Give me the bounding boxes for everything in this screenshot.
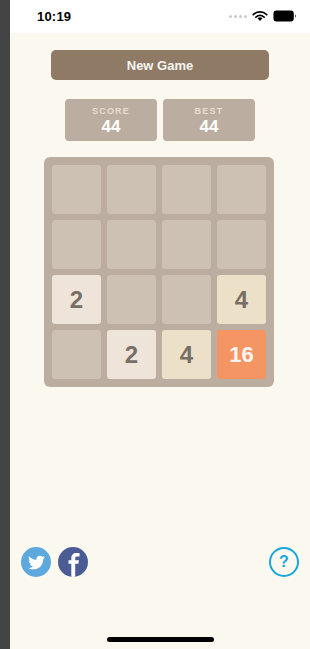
best-label: BEST <box>195 105 224 117</box>
best-box: BEST 44 <box>163 99 255 141</box>
empty-cell <box>217 220 266 269</box>
empty-cell <box>107 165 156 214</box>
status-icons <box>229 10 297 23</box>
empty-cell <box>162 165 211 214</box>
battery-icon <box>273 8 297 26</box>
wifi-icon <box>252 8 268 26</box>
score-panel: SCORE 44 BEST 44 <box>10 99 310 141</box>
facebook-icon[interactable] <box>58 547 88 577</box>
cellular-signal-icon <box>229 15 247 18</box>
empty-cell <box>107 220 156 269</box>
new-game-button[interactable]: New Game <box>51 50 269 80</box>
empty-cell <box>162 275 211 324</box>
score-value: 44 <box>102 117 121 136</box>
tile-16: 16 <box>217 330 266 379</box>
help-button[interactable]: ? <box>269 547 299 577</box>
empty-cell <box>217 165 266 214</box>
tile-2: 2 <box>107 330 156 379</box>
app-screen: 10:19 New Game SCORE <box>10 0 310 649</box>
empty-cell <box>107 275 156 324</box>
tile-2: 2 <box>52 275 101 324</box>
board[interactable]: 242416 <box>44 157 274 387</box>
empty-cell <box>52 330 101 379</box>
status-bar: 10:19 <box>10 0 310 33</box>
tile-4: 4 <box>217 275 266 324</box>
status-time: 10:19 <box>37 9 71 24</box>
best-value: 44 <box>200 117 219 136</box>
home-indicator[interactable] <box>107 637 214 642</box>
empty-cell <box>162 220 211 269</box>
social-links <box>21 547 88 577</box>
empty-cell <box>52 220 101 269</box>
score-label: SCORE <box>92 105 130 117</box>
twitter-icon[interactable] <box>21 547 51 577</box>
empty-cell <box>52 165 101 214</box>
score-box: SCORE 44 <box>65 99 157 141</box>
tile-4: 4 <box>162 330 211 379</box>
